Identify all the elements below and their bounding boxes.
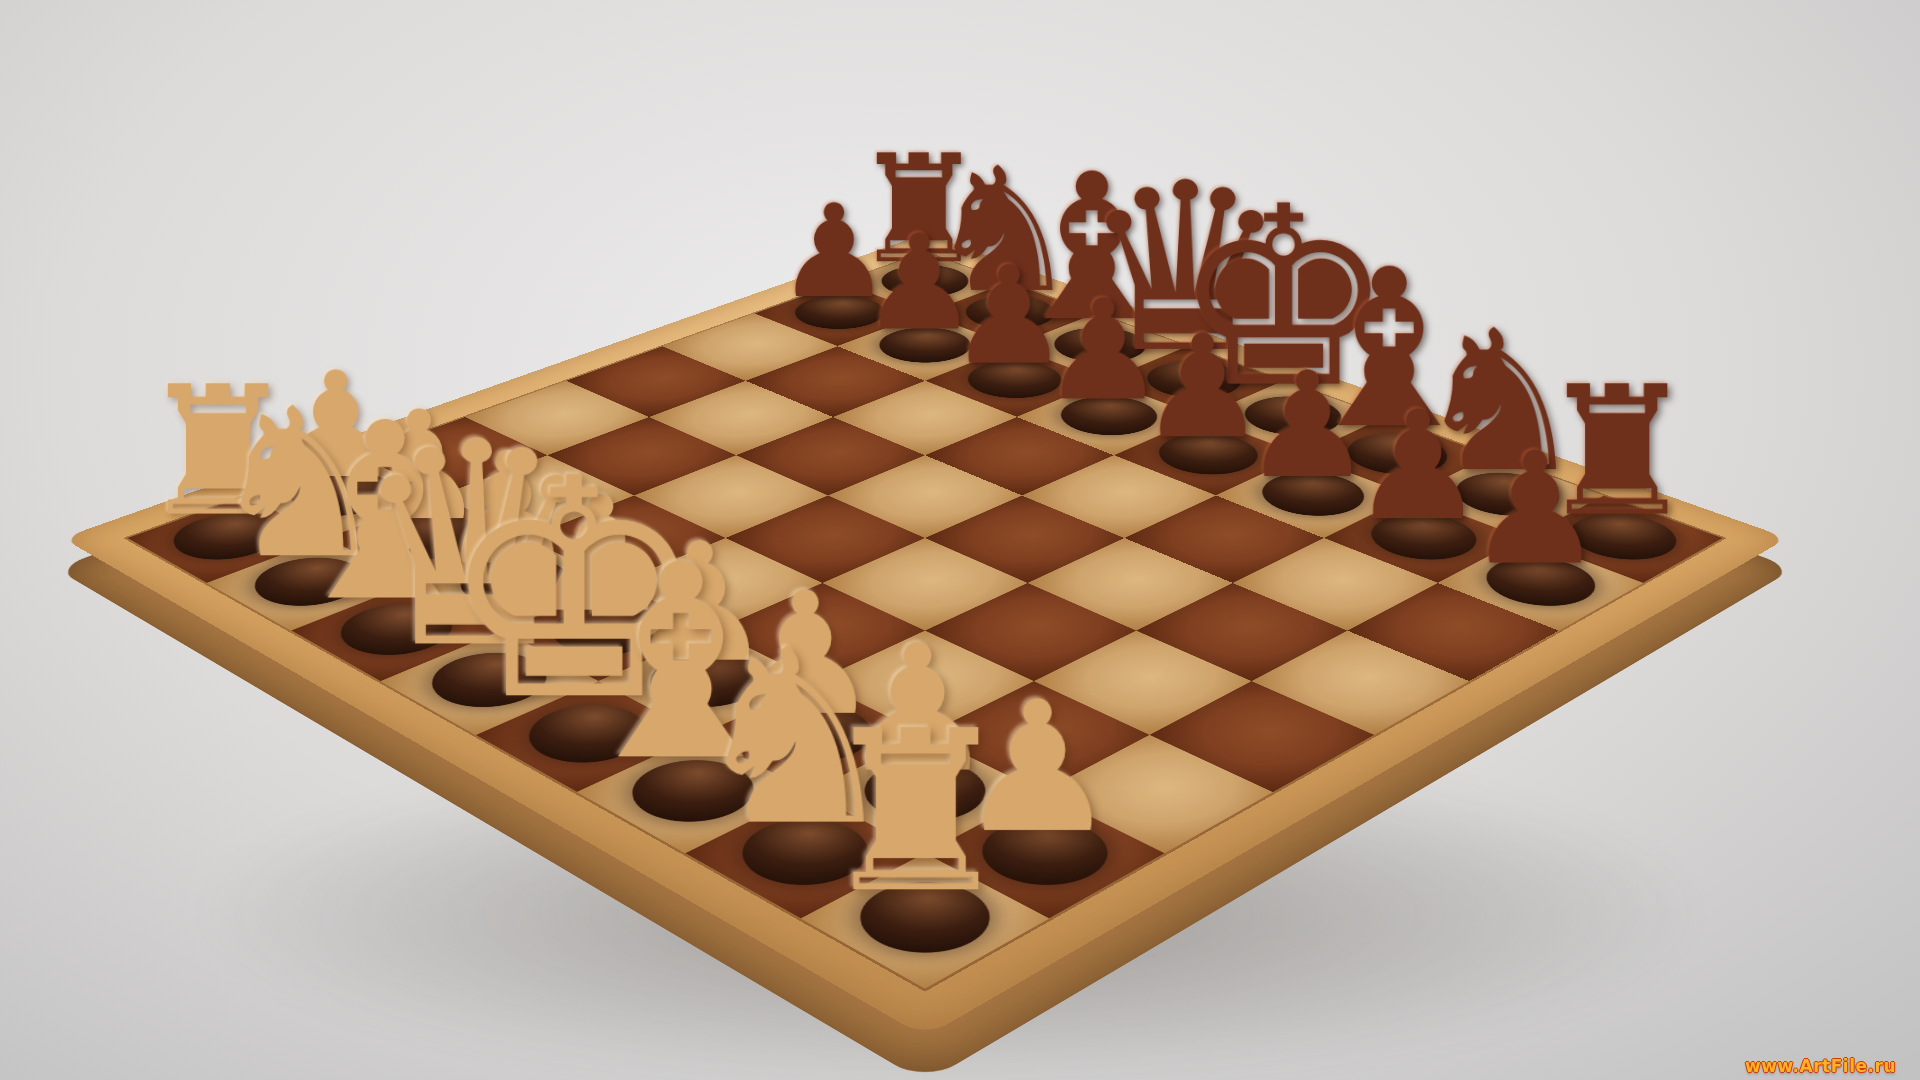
square-d5[interactable] bbox=[828, 455, 1022, 538]
scene: ♜♞♝♛♚♝♞♜♟♟♟♟♟♟♟♟♟♟♟♟♟♟♟♟♜♞♝♛♚♝♞♜ www.Art… bbox=[0, 0, 1920, 1080]
white-rook-h1[interactable]: ♜ bbox=[816, 702, 1015, 924]
watermark: www.ArtFile.ru bbox=[1745, 1056, 1896, 1076]
square-h1[interactable]: ♜ bbox=[801, 853, 1049, 988]
black-pawn-h7[interactable]: ♟ bbox=[1466, 431, 1605, 586]
